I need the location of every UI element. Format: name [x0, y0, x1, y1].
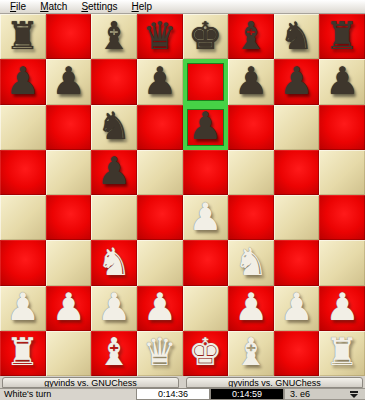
square-f6[interactable]	[228, 105, 274, 150]
square-b2[interactable]: ♟	[46, 286, 92, 331]
square-h4[interactable]	[319, 195, 365, 240]
menu-file-label: ile	[16, 1, 26, 12]
square-a2[interactable]: ♟	[0, 286, 46, 331]
square-e3[interactable]	[183, 240, 229, 285]
piece-black-rook: ♜	[325, 17, 359, 55]
square-b6[interactable]	[46, 105, 92, 150]
current-move-label: 3. e6	[290, 389, 310, 399]
square-e4[interactable]: ♟	[183, 195, 229, 240]
square-b1[interactable]	[46, 331, 92, 376]
square-f4[interactable]	[228, 195, 274, 240]
square-g2[interactable]: ♟	[274, 286, 320, 331]
square-d6[interactable]	[137, 105, 183, 150]
square-g3[interactable]	[274, 240, 320, 285]
piece-black-pawn: ♟	[325, 62, 359, 100]
square-f5[interactable]	[228, 150, 274, 195]
piece-white-knight: ♞	[97, 243, 131, 281]
piece-white-pawn: ♟	[188, 198, 222, 236]
square-d8[interactable]: ♛	[137, 14, 183, 59]
square-a5[interactable]	[0, 150, 46, 195]
piece-black-pawn: ♟	[234, 62, 268, 100]
square-c5[interactable]: ♟	[91, 150, 137, 195]
square-e5[interactable]	[183, 150, 229, 195]
square-d5[interactable]	[137, 150, 183, 195]
square-c7[interactable]	[91, 59, 137, 104]
square-e2[interactable]	[183, 286, 229, 331]
square-g6[interactable]	[274, 105, 320, 150]
square-f3[interactable]: ♞	[228, 240, 274, 285]
piece-white-bishop: ♝	[234, 333, 268, 371]
square-h7[interactable]: ♟	[319, 59, 365, 104]
piece-white-pawn: ♟	[280, 288, 314, 326]
square-g7[interactable]: ♟	[274, 59, 320, 104]
square-c3[interactable]: ♞	[91, 240, 137, 285]
square-a7[interactable]: ♟	[0, 59, 46, 104]
square-h6[interactable]	[319, 105, 365, 150]
game-tab-bar: gyvinds vs. GNUChess gyvinds vs. GNUChes…	[0, 376, 365, 388]
piece-black-king: ♚	[188, 17, 222, 55]
game-tab-1[interactable]: gyvinds vs. GNUChess	[2, 377, 179, 388]
square-h3[interactable]	[319, 240, 365, 285]
move-history-dropdown[interactable]: 3. e6	[284, 388, 365, 400]
square-d1[interactable]: ♛	[137, 331, 183, 376]
piece-white-pawn: ♟	[6, 288, 40, 326]
square-a6[interactable]	[0, 105, 46, 150]
piece-black-knight: ♞	[280, 17, 314, 55]
menu-help-mnemonic: H	[132, 1, 139, 12]
chess-board: ♜♝♛♚♝♞♜♟♟♟♟♟♟♞♟♟♟♞♞♟♟♟♟♟♟♟♜♝♛♚♝♜	[0, 14, 365, 376]
piece-black-queen: ♛	[143, 17, 177, 55]
piece-black-pawn: ♟	[188, 107, 222, 145]
square-b3[interactable]	[46, 240, 92, 285]
piece-black-pawn: ♟	[143, 62, 177, 100]
square-d7[interactable]: ♟	[137, 59, 183, 104]
menu-file[interactable]: File	[3, 0, 33, 13]
piece-white-pawn: ♟	[143, 288, 177, 326]
square-b4[interactable]	[46, 195, 92, 240]
menu-settings-label: ettings	[88, 1, 117, 12]
square-d2[interactable]: ♟	[137, 286, 183, 331]
square-c4[interactable]	[91, 195, 137, 240]
black-clock: 0:14:59	[210, 388, 284, 400]
piece-white-rook: ♜	[6, 333, 40, 371]
menu-match-label: atch	[48, 1, 67, 12]
square-b8[interactable]	[46, 14, 92, 59]
square-b7[interactable]: ♟	[46, 59, 92, 104]
square-h8[interactable]: ♜	[319, 14, 365, 59]
piece-black-rook: ♜	[6, 17, 40, 55]
square-f2[interactable]: ♟	[228, 286, 274, 331]
square-c8[interactable]: ♝	[91, 14, 137, 59]
menu-bar: File Match Settings Help	[0, 0, 365, 14]
square-f7[interactable]: ♟	[228, 59, 274, 104]
piece-white-queen: ♛	[143, 333, 177, 371]
piece-black-pawn: ♟	[280, 62, 314, 100]
square-g1[interactable]	[274, 331, 320, 376]
square-a8[interactable]: ♜	[0, 14, 46, 59]
menu-settings[interactable]: Settings	[74, 0, 124, 13]
turn-indicator: White's turn	[0, 388, 136, 400]
menu-match[interactable]: Match	[33, 0, 74, 13]
move-dropdown-arrow-icon[interactable]	[350, 390, 358, 398]
piece-white-pawn: ♟	[234, 288, 268, 326]
square-g5[interactable]	[274, 150, 320, 195]
piece-black-pawn: ♟	[6, 62, 40, 100]
square-c6[interactable]: ♞	[91, 105, 137, 150]
chess-app-window: File Match Settings Help ♜♝♛♚♝♞♜♟♟♟♟♟♟♞♟…	[0, 0, 365, 400]
piece-white-pawn: ♟	[97, 288, 131, 326]
square-h1[interactable]: ♜	[319, 331, 365, 376]
square-e8[interactable]: ♚	[183, 14, 229, 59]
piece-black-bishop: ♝	[234, 17, 268, 55]
menu-help[interactable]: Help	[125, 0, 160, 13]
square-d3[interactable]	[137, 240, 183, 285]
white-clock: 0:14:36	[136, 388, 210, 400]
piece-black-pawn: ♟	[97, 152, 131, 190]
square-g4[interactable]	[274, 195, 320, 240]
square-d4[interactable]	[137, 195, 183, 240]
square-e1[interactable]: ♚	[183, 331, 229, 376]
square-g8[interactable]: ♞	[274, 14, 320, 59]
square-a1[interactable]: ♜	[0, 331, 46, 376]
piece-white-knight: ♞	[234, 243, 268, 281]
menu-help-label: elp	[139, 1, 152, 12]
square-a3[interactable]	[0, 240, 46, 285]
piece-white-pawn: ♟	[51, 288, 85, 326]
game-tab-2[interactable]: gyvinds vs. GNUChess	[186, 377, 363, 388]
square-h5[interactable]	[319, 150, 365, 195]
square-e7[interactable]	[183, 59, 229, 104]
piece-white-pawn: ♟	[325, 288, 359, 326]
piece-white-king: ♚	[188, 333, 222, 371]
square-f1[interactable]: ♝	[228, 331, 274, 376]
square-b5[interactable]	[46, 150, 92, 195]
square-h2[interactable]: ♟	[319, 286, 365, 331]
square-a4[interactable]	[0, 195, 46, 240]
square-e6[interactable]: ♟	[183, 105, 229, 150]
square-c1[interactable]: ♝	[91, 331, 137, 376]
square-c2[interactable]: ♟	[91, 286, 137, 331]
piece-black-pawn: ♟	[51, 62, 85, 100]
piece-white-rook: ♜	[325, 333, 359, 371]
square-f8[interactable]: ♝	[228, 14, 274, 59]
piece-white-bishop: ♝	[97, 333, 131, 371]
piece-black-bishop: ♝	[97, 17, 131, 55]
status-bar: White's turn 0:14:36 0:14:59 3. e6	[0, 388, 365, 400]
piece-black-knight: ♞	[97, 107, 131, 145]
